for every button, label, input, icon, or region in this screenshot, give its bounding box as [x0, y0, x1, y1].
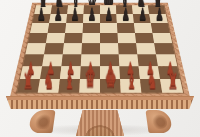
square-b4[interactable]	[44, 43, 64, 54]
square-d1[interactable]: ♛	[79, 79, 100, 93]
square-f5[interactable]	[117, 33, 136, 43]
square-e4[interactable]	[100, 43, 119, 54]
square-a5[interactable]	[28, 33, 48, 43]
square-c6[interactable]	[65, 23, 83, 33]
table-front-edge-dentil	[6, 96, 194, 109]
square-f1[interactable]: ♝	[120, 79, 142, 93]
black-pawn-b7[interactable]: ♟	[54, 5, 63, 22]
square-c5[interactable]	[64, 33, 83, 43]
red-knight-g1[interactable]: ♞	[146, 70, 157, 91]
red-rook-a1[interactable]: ♜	[22, 70, 33, 91]
square-d6[interactable]	[83, 23, 100, 33]
square-h7[interactable]: ♟	[149, 14, 167, 23]
black-pawn-f7[interactable]: ♟	[121, 5, 130, 22]
square-b7[interactable]: ♟	[49, 14, 67, 23]
square-b5[interactable]	[46, 33, 65, 43]
square-g4[interactable]	[136, 43, 156, 54]
red-bishop-c1[interactable]: ♝	[64, 70, 75, 91]
square-g7[interactable]: ♟	[133, 14, 151, 23]
chess-table-photo: ♜♞♝♛♚♝♞♜♟♟♟♟♟♟♟♟♟♟♟♟♟♟♟♟♜♞♝♛♚♝♞♜	[0, 0, 200, 137]
square-d5[interactable]	[82, 33, 100, 43]
square-c4[interactable]	[63, 43, 82, 54]
red-knight-b1[interactable]: ♞	[43, 70, 54, 91]
square-h4[interactable]	[154, 43, 174, 54]
square-c7[interactable]: ♟	[66, 14, 83, 23]
square-a7[interactable]: ♟	[32, 14, 50, 23]
table-center-arch	[76, 110, 124, 136]
black-pawn-g7[interactable]: ♟	[138, 5, 147, 22]
square-d4[interactable]	[81, 43, 100, 54]
chess-table-top: ♜♞♝♛♚♝♞♜♟♟♟♟♟♟♟♟♟♟♟♟♟♟♟♟♜♞♝♛♚♝♞♜	[10, 3, 190, 97]
square-f6[interactable]	[117, 23, 135, 33]
black-pawn-h7[interactable]: ♟	[155, 5, 164, 22]
square-b1[interactable]: ♞	[38, 79, 60, 93]
square-f7[interactable]: ♟	[116, 14, 133, 23]
square-a4[interactable]	[25, 43, 45, 54]
square-g1[interactable]: ♞	[140, 79, 162, 93]
black-pawn-e7[interactable]: ♟	[104, 5, 113, 22]
square-e1[interactable]: ♚	[100, 79, 121, 93]
square-a1[interactable]: ♜	[17, 79, 40, 93]
black-pawn-a7[interactable]: ♟	[37, 5, 46, 22]
black-pawn-c7[interactable]: ♟	[70, 5, 79, 22]
red-king-e1[interactable]: ♚	[104, 67, 116, 91]
square-a6[interactable]	[30, 23, 49, 33]
square-e6[interactable]	[100, 23, 117, 33]
red-queen-d1[interactable]: ♛	[84, 67, 96, 91]
square-f4[interactable]	[118, 43, 137, 54]
square-d7[interactable]: ♟	[83, 14, 100, 23]
square-g6[interactable]	[134, 23, 153, 33]
square-h1[interactable]: ♜	[160, 79, 183, 93]
square-g5[interactable]	[135, 33, 154, 43]
red-rook-h1[interactable]: ♜	[167, 70, 178, 91]
black-pawn-d7[interactable]: ♟	[87, 5, 96, 22]
red-bishop-f1[interactable]: ♝	[126, 70, 137, 91]
chess-board[interactable]: ♜♞♝♛♚♝♞♜♟♟♟♟♟♟♟♟♟♟♟♟♟♟♟♟♜♞♝♛♚♝♞♜	[16, 5, 184, 94]
square-c1[interactable]: ♝	[58, 79, 80, 93]
square-e7[interactable]: ♟	[100, 14, 117, 23]
square-h6[interactable]	[151, 23, 170, 33]
square-b6[interactable]	[48, 23, 67, 33]
square-h5[interactable]	[152, 33, 172, 43]
square-e5[interactable]	[100, 33, 118, 43]
